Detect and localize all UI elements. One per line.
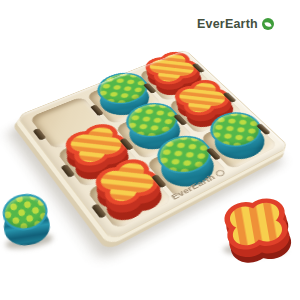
loose-x-piece [219,196,293,256]
brand-logo-text: EverEarth [197,17,258,31]
brand-logo: EverEarth [197,17,274,31]
loose-o-piece [0,190,55,253]
leaf-icon [262,18,274,30]
product-photo: EverEarth EverEarth [0,0,300,300]
x-piece-graphic [217,192,296,257]
